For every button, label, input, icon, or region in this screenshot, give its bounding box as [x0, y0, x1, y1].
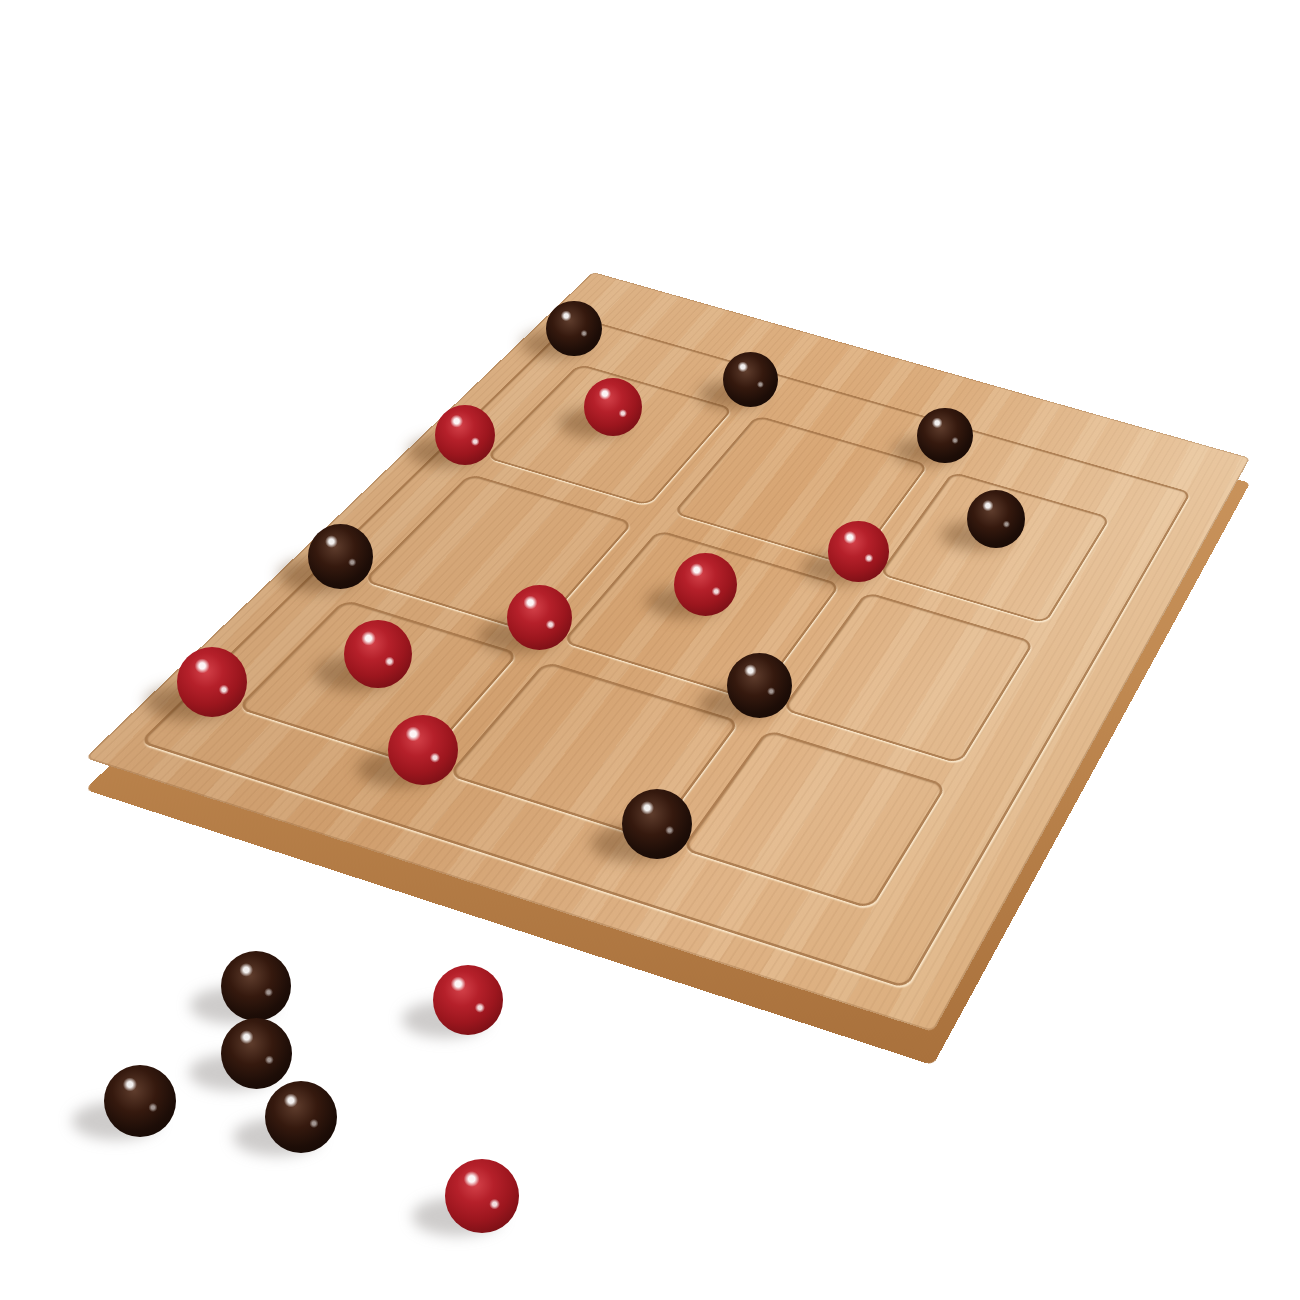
marble-black-c4r0[interactable]: [917, 408, 972, 463]
marble-red-c0r6[interactable]: [177, 647, 247, 717]
product-photo-scene: [0, 0, 1300, 1300]
tray-marble-black-4[interactable]: [104, 1065, 176, 1137]
marble-red-c1r1[interactable]: [584, 378, 642, 436]
marble-red-c0r2[interactable]: [435, 405, 495, 465]
tray-marble-red-5[interactable]: [433, 965, 503, 1035]
marble-black-c2r0[interactable]: [723, 352, 778, 407]
tray-marble-black-3[interactable]: [265, 1081, 337, 1153]
marble-black-c5r1[interactable]: [967, 490, 1025, 548]
marble-black-c4r4[interactable]: [727, 653, 792, 718]
marble-red-c2r6[interactable]: [388, 715, 458, 785]
tray-marble-black-1[interactable]: [221, 951, 291, 1021]
marble-red-c1r5[interactable]: [344, 620, 412, 688]
marble-red-c3r3[interactable]: [674, 553, 737, 616]
tray-marble-black-2[interactable]: [221, 1018, 292, 1089]
marble-black-c4r6[interactable]: [622, 789, 692, 859]
game-board: [85, 272, 1250, 1032]
marble-black-c0r0[interactable]: [546, 301, 601, 356]
tray-marble-red-6[interactable]: [445, 1159, 519, 1233]
marble-black-c0r4[interactable]: [308, 524, 373, 589]
marble-red-c4r2[interactable]: [828, 521, 888, 581]
